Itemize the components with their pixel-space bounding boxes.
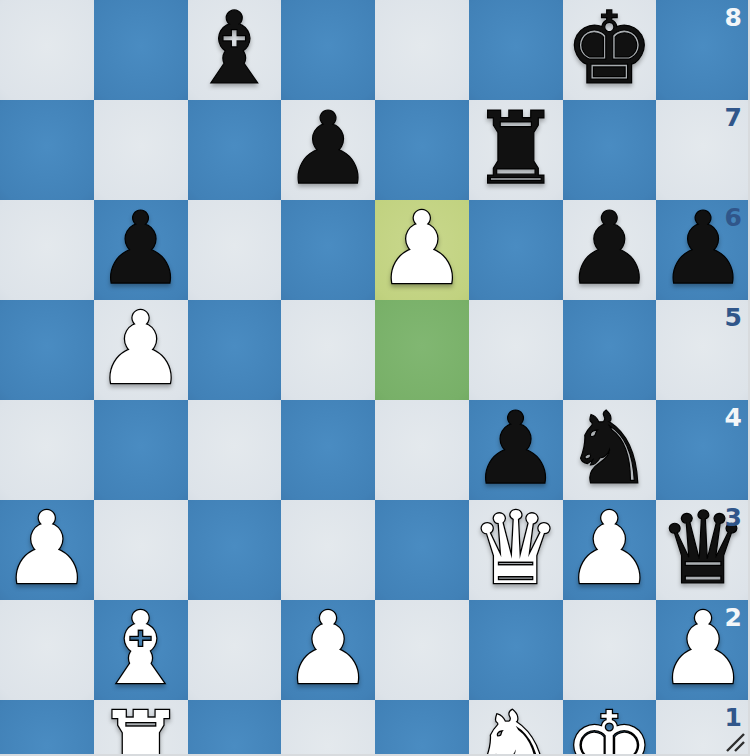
rank-label-7: 7 xyxy=(725,105,742,130)
square-e3[interactable] xyxy=(375,500,469,600)
square-a2[interactable] xyxy=(0,600,94,700)
square-e8[interactable] xyxy=(375,0,469,100)
resize-grip-icon[interactable] xyxy=(722,729,748,753)
piece-white-pawn[interactable]: ♟ xyxy=(658,599,748,699)
square-e2[interactable] xyxy=(375,600,469,700)
square-g8[interactable]: ♚ xyxy=(563,0,657,100)
square-e5[interactable] xyxy=(375,300,469,400)
piece-black-knight[interactable]: ♞ xyxy=(565,399,655,499)
square-h3[interactable]: ♛3 xyxy=(656,500,750,600)
piece-black-pawn[interactable]: ♟ xyxy=(96,199,186,299)
piece-white-pawn[interactable]: ♟ xyxy=(377,199,467,299)
square-a1[interactable]: a xyxy=(0,700,94,756)
square-b2[interactable]: ♝ xyxy=(94,600,188,700)
square-g2[interactable] xyxy=(563,600,657,700)
square-d6[interactable] xyxy=(281,200,375,300)
piece-black-rook[interactable]: ♜ xyxy=(471,99,561,199)
piece-black-pawn[interactable]: ♟ xyxy=(283,99,373,199)
piece-white-pawn[interactable]: ♟ xyxy=(283,599,373,699)
piece-white-knight[interactable]: ♞ xyxy=(471,699,561,756)
square-b6[interactable]: ♟ xyxy=(94,200,188,300)
square-a6[interactable] xyxy=(0,200,94,300)
square-c8[interactable]: ♝ xyxy=(188,0,282,100)
square-f4[interactable]: ♟ xyxy=(469,400,563,500)
square-d1[interactable]: d xyxy=(281,700,375,756)
square-h2[interactable]: ♟2 xyxy=(656,600,750,700)
square-f3[interactable]: ♛ xyxy=(469,500,563,600)
square-h7[interactable]: 7 xyxy=(656,100,750,200)
square-d4[interactable] xyxy=(281,400,375,500)
piece-white-pawn[interactable]: ♟ xyxy=(565,499,655,599)
rank-label-8: 8 xyxy=(725,5,742,30)
piece-white-rook[interactable]: ♜ xyxy=(96,699,186,756)
square-a4[interactable] xyxy=(0,400,94,500)
square-h5[interactable]: 5 xyxy=(656,300,750,400)
square-g4[interactable]: ♞ xyxy=(563,400,657,500)
piece-black-king[interactable]: ♚ xyxy=(565,0,655,99)
square-g6[interactable]: ♟ xyxy=(563,200,657,300)
square-g7[interactable] xyxy=(563,100,657,200)
square-b8[interactable] xyxy=(94,0,188,100)
square-e6[interactable]: ♟ xyxy=(375,200,469,300)
square-a7[interactable] xyxy=(0,100,94,200)
square-c5[interactable] xyxy=(188,300,282,400)
square-d8[interactable] xyxy=(281,0,375,100)
square-c4[interactable] xyxy=(188,400,282,500)
square-c7[interactable] xyxy=(188,100,282,200)
square-h8[interactable]: 8 xyxy=(656,0,750,100)
piece-black-queen[interactable]: ♛ xyxy=(658,499,748,599)
square-b4[interactable] xyxy=(94,400,188,500)
rank-label-1: 1 xyxy=(725,705,742,730)
rank-label-5: 5 xyxy=(725,305,742,330)
piece-black-pawn[interactable]: ♟ xyxy=(471,399,561,499)
square-b7[interactable] xyxy=(94,100,188,200)
square-g3[interactable]: ♟ xyxy=(563,500,657,600)
square-a8[interactable] xyxy=(0,0,94,100)
square-d5[interactable] xyxy=(281,300,375,400)
square-d3[interactable] xyxy=(281,500,375,600)
piece-black-pawn[interactable]: ♟ xyxy=(658,199,748,299)
rank-label-4: 4 xyxy=(725,405,742,430)
square-c1[interactable]: c xyxy=(188,700,282,756)
square-c3[interactable] xyxy=(188,500,282,600)
square-h4[interactable]: 4 xyxy=(656,400,750,500)
square-f5[interactable] xyxy=(469,300,563,400)
square-a3[interactable]: ♟ xyxy=(0,500,94,600)
square-d7[interactable]: ♟ xyxy=(281,100,375,200)
square-g1[interactable]: ♚g xyxy=(563,700,657,756)
piece-black-bishop[interactable]: ♝ xyxy=(190,0,280,99)
piece-black-pawn[interactable]: ♟ xyxy=(565,199,655,299)
piece-white-queen[interactable]: ♛ xyxy=(471,499,561,599)
square-c2[interactable] xyxy=(188,600,282,700)
square-e1[interactable]: e xyxy=(375,700,469,756)
square-b5[interactable]: ♟ xyxy=(94,300,188,400)
square-e7[interactable] xyxy=(375,100,469,200)
square-f1[interactable]: ♞f xyxy=(469,700,563,756)
chess-board: ♝♚8♟♜7♟♟♟♟6♟5♟♞4♟♛♟♛3♝♟♟2a♜bcde♞f♚g1h xyxy=(0,0,750,756)
square-a5[interactable] xyxy=(0,300,94,400)
square-f7[interactable]: ♜ xyxy=(469,100,563,200)
square-h6[interactable]: ♟6 xyxy=(656,200,750,300)
square-f2[interactable] xyxy=(469,600,563,700)
square-f6[interactable] xyxy=(469,200,563,300)
piece-white-bishop[interactable]: ♝ xyxy=(96,599,186,699)
square-g5[interactable] xyxy=(563,300,657,400)
piece-white-pawn[interactable]: ♟ xyxy=(2,499,92,599)
square-f8[interactable] xyxy=(469,0,563,100)
square-b3[interactable] xyxy=(94,500,188,600)
square-d2[interactable]: ♟ xyxy=(281,600,375,700)
piece-white-pawn[interactable]: ♟ xyxy=(96,299,186,399)
square-b1[interactable]: ♜b xyxy=(94,700,188,756)
piece-white-king[interactable]: ♚ xyxy=(565,699,655,756)
square-c6[interactable] xyxy=(188,200,282,300)
square-e4[interactable] xyxy=(375,400,469,500)
